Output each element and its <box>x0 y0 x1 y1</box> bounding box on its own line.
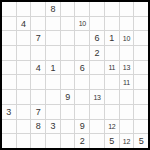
clue-cell-3[interactable]: 3 <box>46 120 60 134</box>
numberlink-board: 8410761102416111311913378391225125 <box>0 0 150 150</box>
empty-cell[interactable] <box>75 2 89 16</box>
empty-cell[interactable] <box>134 31 148 45</box>
empty-cell[interactable] <box>120 2 134 16</box>
empty-cell[interactable] <box>61 2 75 16</box>
empty-cell[interactable] <box>2 17 16 31</box>
empty-cell[interactable] <box>17 90 31 104</box>
empty-cell[interactable] <box>134 105 148 119</box>
empty-cell[interactable] <box>134 90 148 104</box>
empty-cell[interactable] <box>90 2 104 16</box>
empty-cell[interactable] <box>75 75 89 89</box>
empty-cell[interactable] <box>17 105 31 119</box>
clue-cell-1[interactable]: 1 <box>46 61 60 75</box>
clue-cell-7[interactable]: 7 <box>31 105 45 119</box>
empty-cell[interactable] <box>90 75 104 89</box>
empty-cell[interactable] <box>31 2 45 16</box>
empty-cell[interactable] <box>134 46 148 60</box>
empty-cell[interactable] <box>90 17 104 31</box>
empty-cell[interactable] <box>90 105 104 119</box>
clue-cell-12[interactable]: 12 <box>120 134 134 148</box>
empty-cell[interactable] <box>31 46 45 60</box>
empty-cell[interactable] <box>134 75 148 89</box>
empty-cell[interactable] <box>2 2 16 16</box>
clue-cell-10[interactable]: 10 <box>120 31 134 45</box>
empty-cell[interactable] <box>61 17 75 31</box>
empty-cell[interactable] <box>2 61 16 75</box>
clue-cell-11[interactable]: 11 <box>120 75 134 89</box>
empty-cell[interactable] <box>46 90 60 104</box>
empty-cell[interactable] <box>46 31 60 45</box>
empty-cell[interactable] <box>61 75 75 89</box>
empty-cell[interactable] <box>105 46 119 60</box>
empty-cell[interactable] <box>17 75 31 89</box>
clue-cell-4[interactable]: 4 <box>17 17 31 31</box>
empty-cell[interactable] <box>75 105 89 119</box>
empty-cell[interactable] <box>2 31 16 45</box>
empty-cell[interactable] <box>2 134 16 148</box>
clue-cell-3[interactable]: 3 <box>2 105 16 119</box>
empty-cell[interactable] <box>120 46 134 60</box>
clue-cell-5[interactable]: 5 <box>134 134 148 148</box>
empty-cell[interactable] <box>134 120 148 134</box>
empty-cell[interactable] <box>61 105 75 119</box>
clue-cell-9[interactable]: 9 <box>75 120 89 134</box>
empty-cell[interactable] <box>61 46 75 60</box>
clue-cell-5[interactable]: 5 <box>105 134 119 148</box>
clue-cell-8[interactable]: 8 <box>31 120 45 134</box>
empty-cell[interactable] <box>90 134 104 148</box>
empty-cell[interactable] <box>61 134 75 148</box>
clue-cell-9[interactable]: 9 <box>61 90 75 104</box>
empty-cell[interactable] <box>17 120 31 134</box>
empty-cell[interactable] <box>61 31 75 45</box>
clue-cell-13[interactable]: 13 <box>90 90 104 104</box>
empty-cell[interactable] <box>75 31 89 45</box>
empty-cell[interactable] <box>105 105 119 119</box>
empty-cell[interactable] <box>61 120 75 134</box>
empty-cell[interactable] <box>2 120 16 134</box>
empty-cell[interactable] <box>105 2 119 16</box>
clue-cell-10[interactable]: 10 <box>75 17 89 31</box>
empty-cell[interactable] <box>120 17 134 31</box>
empty-cell[interactable] <box>2 90 16 104</box>
empty-cell[interactable] <box>2 46 16 60</box>
empty-cell[interactable] <box>75 46 89 60</box>
clue-cell-2[interactable]: 2 <box>90 46 104 60</box>
clue-cell-1[interactable]: 1 <box>105 31 119 45</box>
empty-cell[interactable] <box>90 61 104 75</box>
clue-cell-8[interactable]: 8 <box>46 2 60 16</box>
empty-cell[interactable] <box>17 134 31 148</box>
empty-cell[interactable] <box>46 17 60 31</box>
empty-cell[interactable] <box>17 2 31 16</box>
clue-cell-11[interactable]: 11 <box>105 61 119 75</box>
empty-cell[interactable] <box>134 61 148 75</box>
clue-cell-2[interactable]: 2 <box>75 134 89 148</box>
empty-cell[interactable] <box>120 90 134 104</box>
empty-cell[interactable] <box>61 61 75 75</box>
clue-cell-13[interactable]: 13 <box>120 61 134 75</box>
empty-cell[interactable] <box>105 90 119 104</box>
clue-cell-4[interactable]: 4 <box>31 61 45 75</box>
empty-cell[interactable] <box>46 46 60 60</box>
empty-cell[interactable] <box>134 17 148 31</box>
empty-cell[interactable] <box>31 90 45 104</box>
empty-cell[interactable] <box>120 120 134 134</box>
empty-cell[interactable] <box>46 75 60 89</box>
empty-cell[interactable] <box>105 75 119 89</box>
empty-cell[interactable] <box>120 105 134 119</box>
empty-cell[interactable] <box>17 46 31 60</box>
clue-cell-6[interactable]: 6 <box>90 31 104 45</box>
clue-cell-6[interactable]: 6 <box>75 61 89 75</box>
clue-cell-12[interactable]: 12 <box>105 120 119 134</box>
clue-cell-7[interactable]: 7 <box>31 31 45 45</box>
empty-cell[interactable] <box>90 120 104 134</box>
empty-cell[interactable] <box>46 134 60 148</box>
empty-cell[interactable] <box>31 134 45 148</box>
empty-cell[interactable] <box>31 17 45 31</box>
empty-cell[interactable] <box>2 75 16 89</box>
empty-cell[interactable] <box>17 31 31 45</box>
empty-cell[interactable] <box>31 75 45 89</box>
empty-cell[interactable] <box>46 105 60 119</box>
empty-cell[interactable] <box>105 17 119 31</box>
empty-cell[interactable] <box>134 2 148 16</box>
empty-cell[interactable] <box>17 61 31 75</box>
empty-cell[interactable] <box>75 90 89 104</box>
